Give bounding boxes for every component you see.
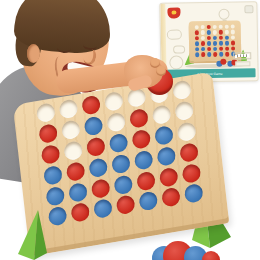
mini-cell-r6c5 [219,52,224,57]
board-left-foot [16,208,54,260]
cell-r1c6-hole[interactable] [149,84,169,105]
tooky-toy-logo-icon [167,7,180,18]
mini-cell-r1c2 [200,25,205,30]
cell-r5c3-red[interactable] [90,178,110,199]
cell-r2c1-red[interactable] [38,123,58,144]
cell-r3c4-blue[interactable] [108,133,128,154]
cell-r5c6-red[interactable] [158,167,178,188]
speech-bubble-doodle-icon [173,45,185,53]
cell-r3c1-red[interactable] [40,144,60,165]
cell-r2c2-hole[interactable] [61,120,81,141]
mini-cell-r6c4 [213,52,218,57]
mini-cell-r5c5 [219,47,224,52]
mini-cell-r4c2 [201,41,206,46]
stamp-doodle-icon [169,55,183,69]
cell-r3c7-hole[interactable] [176,121,196,142]
mini-cell-r2c2 [200,30,205,35]
cell-r4c4-blue[interactable] [111,153,131,174]
cell-r2c5-red[interactable] [129,108,149,129]
mini-cell-r3c5 [219,35,224,40]
cell-r4c5-blue[interactable] [133,150,153,171]
mini-cell-r5c7 [231,46,236,51]
mini-cell-r2c7 [230,30,235,35]
mini-cell-r6c2 [201,53,206,58]
product-box: 4 in a Row Game [159,1,258,83]
cell-r2c7-hole[interactable] [174,101,194,122]
mini-cell-r2c6 [224,30,229,35]
cell-r1c3-red[interactable] [81,95,101,116]
mini-cell-r3c6 [225,35,230,40]
mini-cell-r4c5 [219,41,224,46]
cell-r2c4-hole[interactable] [106,112,126,133]
cell-r6c4-red[interactable] [115,195,135,216]
cell-r4c3-blue[interactable] [88,157,108,178]
mini-cell-r2c4 [212,30,217,35]
cell-r5c7-red[interactable] [181,163,201,184]
mini-cell-r4c4 [213,41,218,46]
cell-r4c2-red[interactable] [65,161,85,182]
cell-r5c2-blue[interactable] [68,182,88,203]
mini-cell-r4c3 [207,41,212,46]
mini-cell-r3c1 [195,36,200,41]
cell-r1c4-hole[interactable] [104,91,124,112]
mini-cell-r1c5 [218,24,223,29]
mini-cell-r3c2 [201,36,206,41]
cell-r6c3-blue[interactable] [93,199,113,220]
info-badge [235,61,250,66]
cell-r3c6-blue[interactable] [154,125,174,146]
cell-r3c5-red[interactable] [131,129,151,150]
mini-cell-r4c6 [225,41,230,46]
mini-cell-r2c5 [218,30,223,35]
cell-r5c5-red[interactable] [136,170,156,191]
mini-cell-r6c6 [225,52,230,57]
mini-cell-r4c1 [195,41,200,46]
mini-cell-r5c2 [201,47,206,52]
mini-cell-r5c1 [195,47,200,52]
cell-r2c3-blue[interactable] [83,116,103,137]
logo-dot [171,11,176,15]
cell-r5c1-blue[interactable] [45,186,65,207]
mini-cell-r5c6 [225,47,230,52]
mini-cell-r5c4 [213,47,218,52]
box-mini-disc-red [220,59,226,65]
cell-r4c6-blue[interactable] [156,146,176,167]
mini-cell-r3c3 [207,36,212,41]
mini-cell-r3c4 [213,36,218,41]
cell-r6c6-red[interactable] [161,187,181,208]
lightbulb-doodle-icon [218,9,229,20]
cell-r6c5-blue[interactable] [138,191,158,212]
barcode-badge [233,52,251,59]
mini-cell-r1c6 [224,24,229,29]
child-ear [27,44,40,63]
board-grid [33,78,206,229]
mini-cell-r1c3 [206,24,211,29]
mini-cell-r1c4 [212,24,217,29]
cell-r1c2-hole[interactable] [58,99,78,120]
box-mini-board-grid [194,24,237,58]
mini-cell-r3c7 [231,35,236,40]
mini-cell-r5c3 [207,47,212,52]
mini-cell-r2c1 [194,30,199,35]
mini-cell-r6c3 [207,52,212,57]
cell-r1c7-hole[interactable] [172,80,192,101]
cell-r6c2-red[interactable] [70,202,90,223]
product-photo: 4 in a Row Game [0,0,260,260]
mini-cell-r2c3 [206,30,211,35]
cell-r4c1-blue[interactable] [43,165,63,186]
cell-r4c7-red[interactable] [179,142,199,163]
cell-r5c4-blue[interactable] [113,174,133,195]
mini-cell-r1c1 [194,25,199,30]
mini-cell-r1c7 [230,24,235,29]
cell-r3c2-hole[interactable] [63,140,83,161]
mini-cell-r6c1 [195,53,200,58]
cell-r1c5-hole[interactable] [126,88,146,109]
box-corner-badge [244,5,253,13]
speech-bubble-doodle-icon [167,29,182,39]
cell-r3c3-red[interactable] [86,137,106,158]
cell-r6c7-blue[interactable] [183,183,203,204]
mini-cell-r4c7 [231,41,236,46]
cell-r2c6-hole[interactable] [151,104,171,125]
cell-r1c1-hole[interactable] [35,103,55,124]
